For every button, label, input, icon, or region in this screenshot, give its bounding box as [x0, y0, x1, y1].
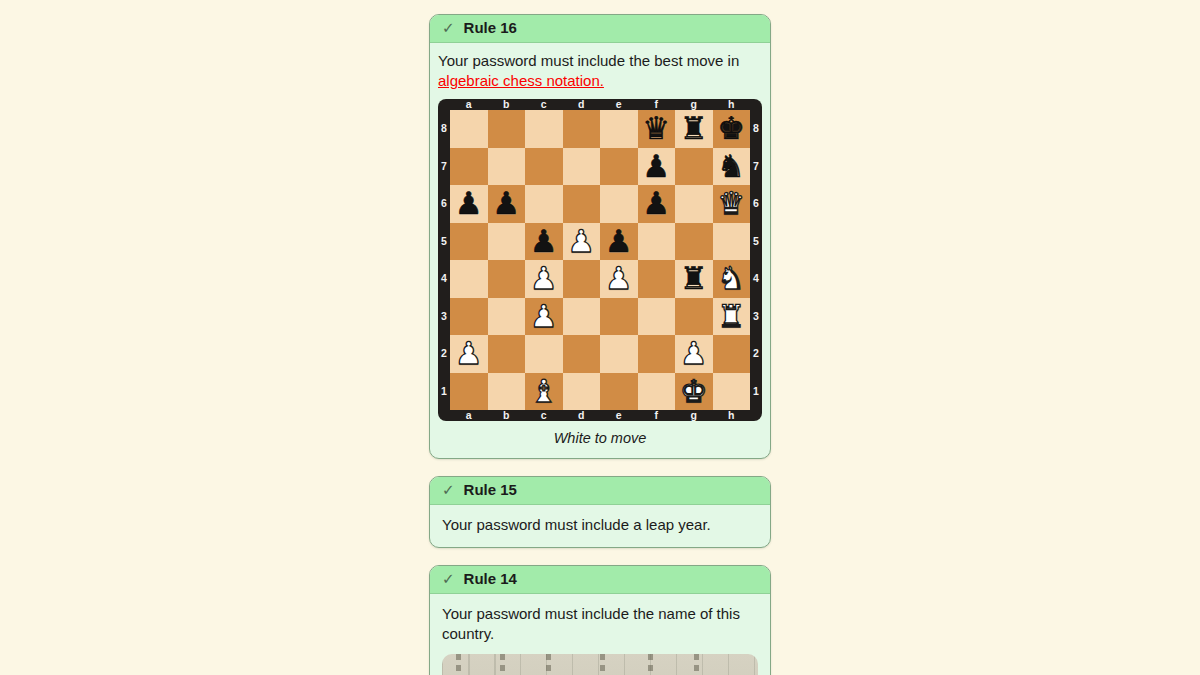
piece-white-pawn: ♟ [680, 335, 708, 373]
coordinate-label: 6 [438, 185, 450, 223]
square-c6 [525, 185, 563, 223]
square-c1: ♝ [525, 373, 563, 411]
square-b5 [488, 223, 526, 261]
chain-texture [694, 654, 699, 675]
square-a7 [450, 148, 488, 186]
coordinate-label: f [638, 99, 676, 110]
coordinate-label: d [563, 410, 601, 421]
piece-black-pawn: ♟ [455, 185, 483, 223]
square-g1: ♚ [675, 373, 713, 411]
chain-texture [546, 654, 551, 675]
square-h4: ♞ [713, 260, 751, 298]
piece-white-queen: ♛ [717, 185, 745, 223]
check-icon: ✓ [442, 19, 455, 37]
piece-black-pawn: ♟ [642, 148, 670, 186]
coordinate-label: 3 [438, 298, 450, 336]
square-f8: ♛ [638, 110, 676, 148]
square-e6 [600, 185, 638, 223]
square-b8 [488, 110, 526, 148]
coordinate-label: a [450, 99, 488, 110]
rule-14-text: Your password must include the name of t… [442, 604, 758, 644]
square-c3: ♟ [525, 298, 563, 336]
square-f1 [638, 373, 676, 411]
square-f6: ♟ [638, 185, 676, 223]
square-a8 [450, 110, 488, 148]
rule-16-text: Your password must include the best move… [438, 51, 762, 91]
piece-white-pawn: ♟ [567, 223, 595, 261]
square-b6: ♟ [488, 185, 526, 223]
coordinate-label: b [488, 99, 526, 110]
chain-texture [648, 654, 653, 675]
rules-column: ✓ Rule 16 Your password must include the… [429, 14, 771, 675]
file-labels-bottom: abcdefgh [450, 410, 750, 421]
coordinate-label: b [488, 410, 526, 421]
square-f5 [638, 223, 676, 261]
coordinate-label: 4 [750, 260, 762, 298]
chain-texture [456, 654, 461, 675]
square-c8 [525, 110, 563, 148]
coordinate-label: 1 [750, 373, 762, 411]
coordinate-label: c [525, 410, 563, 421]
square-h7: ♞ [713, 148, 751, 186]
piece-black-knight: ♞ [717, 148, 745, 186]
rule-14-title: Rule 14 [464, 570, 517, 588]
square-h8: ♚ [713, 110, 751, 148]
square-e1 [600, 373, 638, 411]
square-f7: ♟ [638, 148, 676, 186]
square-a2: ♟ [450, 335, 488, 373]
coordinate-label: d [563, 99, 601, 110]
square-d2 [563, 335, 601, 373]
square-b7 [488, 148, 526, 186]
rule-14-body: Your password must include the name of t… [430, 594, 770, 675]
rule-16-text-plain: Your password must include the best move… [438, 52, 739, 69]
square-e7 [600, 148, 638, 186]
rule-15-card: ✓ Rule 15 Your password must include a l… [429, 476, 771, 548]
square-g8: ♜ [675, 110, 713, 148]
square-e8 [600, 110, 638, 148]
piece-black-rook: ♜ [680, 110, 708, 148]
square-d8 [563, 110, 601, 148]
coordinate-label: a [450, 410, 488, 421]
square-h3: ♜ [713, 298, 751, 336]
chain-texture [600, 654, 605, 675]
rule-16-header: ✓ Rule 16 [430, 15, 770, 43]
rule-15-title: Rule 15 [464, 481, 517, 499]
square-b4 [488, 260, 526, 298]
coordinate-label: h [713, 99, 751, 110]
rank-labels-right: 87654321 [750, 110, 762, 410]
square-g3 [675, 298, 713, 336]
coordinate-label: 8 [438, 110, 450, 148]
piece-black-king: ♚ [717, 110, 745, 148]
square-d3 [563, 298, 601, 336]
coordinate-label: 8 [750, 110, 762, 148]
square-c4: ♟ [525, 260, 563, 298]
square-f2 [638, 335, 676, 373]
piece-white-pawn: ♟ [455, 335, 483, 373]
square-g7 [675, 148, 713, 186]
piece-white-bishop: ♝ [530, 373, 558, 411]
rule-14-header: ✓ Rule 14 [430, 566, 770, 594]
piece-white-pawn: ♟ [530, 260, 558, 298]
square-c7 [525, 148, 563, 186]
square-g5 [675, 223, 713, 261]
square-b1 [488, 373, 526, 411]
square-a1 [450, 373, 488, 411]
rule-16-body: Your password must include the best move… [430, 43, 770, 458]
rule-15-text: Your password must include a leap year. [442, 515, 758, 535]
coordinate-label: 7 [750, 148, 762, 186]
square-d6 [563, 185, 601, 223]
square-d4 [563, 260, 601, 298]
square-c5: ♟ [525, 223, 563, 261]
piece-white-king: ♚ [680, 373, 708, 411]
coordinate-label: h [713, 410, 751, 421]
square-a5 [450, 223, 488, 261]
piece-white-knight: ♞ [717, 260, 745, 298]
piece-black-pawn: ♟ [605, 223, 633, 261]
square-b3 [488, 298, 526, 336]
rule-14-card: ✓ Rule 14 Your password must include the… [429, 565, 771, 675]
coordinate-label: 5 [438, 223, 450, 261]
coordinate-label: 3 [750, 298, 762, 336]
piece-black-pawn: ♟ [530, 223, 558, 261]
coordinate-label: c [525, 99, 563, 110]
square-e4: ♟ [600, 260, 638, 298]
square-a6: ♟ [450, 185, 488, 223]
rule-16-card: ✓ Rule 16 Your password must include the… [429, 14, 771, 459]
square-e5: ♟ [600, 223, 638, 261]
square-g2: ♟ [675, 335, 713, 373]
square-f3 [638, 298, 676, 336]
square-e2 [600, 335, 638, 373]
rule-15-body: Your password must include a leap year. [430, 505, 770, 547]
coordinate-label: 2 [438, 335, 450, 373]
square-g4: ♜ [675, 260, 713, 298]
square-h1 [713, 373, 751, 411]
file-labels-top: abcdefgh [450, 99, 750, 110]
piece-white-rook: ♜ [717, 298, 745, 336]
coordinate-label: f [638, 410, 676, 421]
square-h2 [713, 335, 751, 373]
coordinate-label: 5 [750, 223, 762, 261]
piece-black-rook: ♜ [680, 260, 708, 298]
square-a4 [450, 260, 488, 298]
rule-16-title: Rule 16 [464, 19, 517, 37]
coordinate-label: e [600, 99, 638, 110]
piece-black-pawn: ♟ [492, 185, 520, 223]
square-h6: ♛ [713, 185, 751, 223]
board-squares: ♛♜♚♟♞♟♟♟♛♟♟♟♟♟♜♞♟♜♟♟♝♚ [450, 110, 750, 410]
square-a3 [450, 298, 488, 336]
square-h5 [713, 223, 751, 261]
coordinate-label: e [600, 410, 638, 421]
square-c2 [525, 335, 563, 373]
coordinate-label: 4 [438, 260, 450, 298]
coordinate-label: g [675, 99, 713, 110]
rule-15-header: ✓ Rule 15 [430, 477, 770, 505]
square-d5: ♟ [563, 223, 601, 261]
country-photo [442, 654, 758, 675]
coordinate-label: 7 [438, 148, 450, 186]
coordinate-label: 2 [750, 335, 762, 373]
square-d1 [563, 373, 601, 411]
chain-texture [500, 654, 505, 675]
square-b2 [488, 335, 526, 373]
piece-black-pawn: ♟ [642, 185, 670, 223]
piece-white-pawn: ♟ [530, 298, 558, 336]
coordinate-label: 6 [750, 185, 762, 223]
rank-labels-left: 87654321 [438, 110, 450, 410]
piece-black-queen: ♛ [642, 110, 670, 148]
square-d7 [563, 148, 601, 186]
algebraic-notation-link[interactable]: algebraic chess notation. [438, 72, 604, 89]
chess-board: abcdefgh 87654321 ♛♜♚♟♞♟♟♟♛♟♟♟♟♟♜♞♟♜♟♟♝♚… [438, 99, 762, 421]
check-icon: ✓ [442, 481, 455, 499]
coordinate-label: g [675, 410, 713, 421]
coordinate-label: 1 [438, 373, 450, 411]
piece-white-pawn: ♟ [605, 260, 633, 298]
side-to-move-caption: White to move [438, 430, 762, 446]
square-g6 [675, 185, 713, 223]
check-icon: ✓ [442, 570, 455, 588]
square-f4 [638, 260, 676, 298]
square-e3 [600, 298, 638, 336]
